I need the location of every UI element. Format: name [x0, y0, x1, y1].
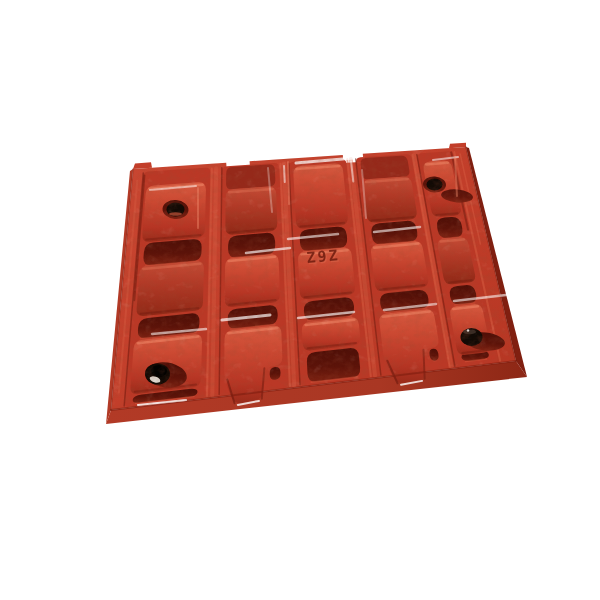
product-photo: Z9Z Z9Z	[0, 0, 600, 600]
cast-marking: Z9Z	[306, 246, 341, 267]
photo-canvas: Z9Z Z9Z	[0, 0, 600, 600]
